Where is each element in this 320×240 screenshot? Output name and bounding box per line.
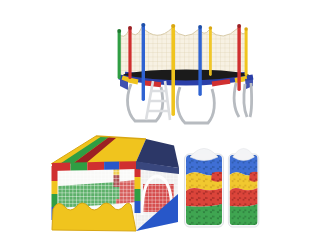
ball-bag-1: [185, 149, 224, 228]
pole-yellow-back: [209, 26, 213, 76]
scene-svg: [40, 16, 264, 240]
pole-yellow-front: [171, 24, 175, 116]
pole-blue-left: [141, 23, 145, 101]
product-photo: [40, 16, 264, 240]
pole-green: [117, 29, 121, 79]
pole-red-right: [237, 24, 241, 91]
pole-red-left: [128, 26, 132, 79]
ball-bag-2: [228, 149, 258, 228]
pole-yellow-right: [244, 27, 248, 76]
ball-pit-post-right: [135, 165, 141, 213]
pole-blue-right: [198, 25, 202, 96]
